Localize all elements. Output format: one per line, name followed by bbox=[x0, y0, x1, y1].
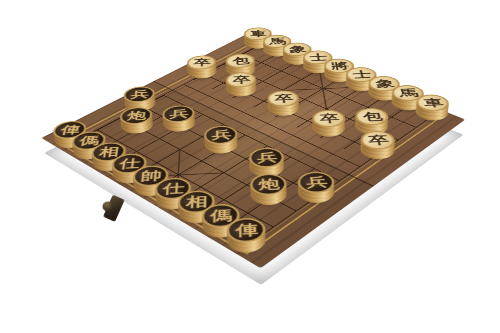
piece-dark-soldier-f5-r4[interactable]: 兵 bbox=[198, 135, 245, 161]
piece-light-soldier-f9-r7[interactable]: 卒 bbox=[353, 140, 400, 166]
piece-glyph: 馬 bbox=[268, 37, 286, 45]
piece-glyph: 俥 bbox=[234, 222, 257, 237]
piece-glyph: 兵 bbox=[129, 89, 149, 99]
piece-glyph: 仕 bbox=[162, 182, 184, 195]
intersection-f7-r7[interactable]: 卒 bbox=[307, 120, 350, 143]
piece-glyph: 象 bbox=[288, 45, 306, 54]
piece-glyph: 俥 bbox=[59, 124, 81, 135]
piece-glyph: 象 bbox=[374, 79, 395, 89]
piece-glyph: 相 bbox=[97, 146, 119, 158]
piece-glyph: 兵 bbox=[211, 129, 231, 141]
piece-light-soldier-f7-r7[interactable]: 卒 bbox=[306, 119, 352, 144]
piece-glyph: 車 bbox=[421, 97, 443, 108]
piece-glyph: 傌 bbox=[209, 208, 232, 223]
piece-glyph: 士 bbox=[308, 53, 327, 62]
piece-glyph: 卒 bbox=[193, 58, 211, 67]
piece-glyph: 車 bbox=[249, 30, 266, 38]
piece-glyph: 馬 bbox=[397, 88, 419, 98]
piece-glyph: 帥 bbox=[139, 169, 161, 182]
piece-glyph: 仕 bbox=[118, 157, 140, 169]
piece-glyph: 相 bbox=[185, 195, 207, 209]
piece-glyph: 卒 bbox=[318, 113, 339, 124]
piece-glyph: 炮 bbox=[257, 178, 279, 191]
piece-glyph: 傌 bbox=[78, 135, 100, 147]
xiangqi-board: 俥兵卒車傌炮包馬相兵卒象仕士帥兵卒將仕士相兵卒象傌炮包馬俥兵卒車 bbox=[41, 33, 465, 268]
piece-glyph: 兵 bbox=[256, 151, 277, 163]
piece-glyph: 包 bbox=[361, 111, 383, 122]
piece-glyph: 士 bbox=[351, 70, 371, 80]
photo-scene: 俥兵卒車傌炮包馬相兵卒象仕士帥兵卒將仕士相兵卒象傌炮包馬俥兵卒車 bbox=[0, 0, 500, 333]
piece-glyph: 將 bbox=[329, 61, 348, 70]
piece-glyph: 卒 bbox=[366, 134, 389, 146]
piece-glyph: 兵 bbox=[305, 176, 328, 189]
board-surface: 俥兵卒車傌炮包馬相兵卒象仕士帥兵卒將仕士相兵卒象傌炮包馬俥兵卒車 bbox=[41, 33, 465, 268]
